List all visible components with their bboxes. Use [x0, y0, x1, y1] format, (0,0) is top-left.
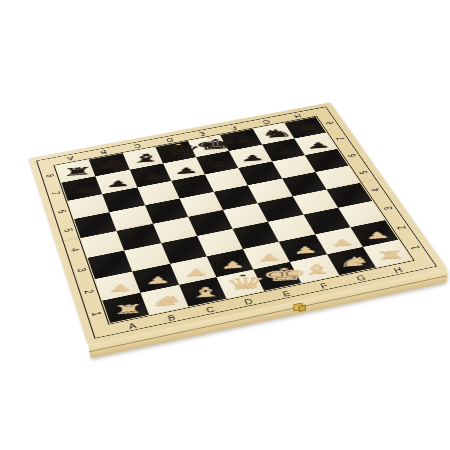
black-bishop-c8[interactable]: ♝	[128, 152, 162, 165]
black-pawn-g7[interactable]: ♟	[268, 146, 303, 156]
piece-glyph: ♟	[101, 178, 136, 189]
black-rook-a8[interactable]: ♜	[60, 165, 95, 178]
brass-clasp[interactable]	[294, 302, 305, 312]
piece-glyph: ♛	[161, 143, 195, 158]
piece-glyph: ♟	[66, 185, 101, 196]
wooden-board-box: AABBCCDDEEFFGGHH1122334455667788 ♜♞♝♛♚♝♞…	[29, 103, 448, 345]
black-queen-d8[interactable]: ♛	[161, 143, 195, 158]
board-3d-tilt: AABBCCDDEEFFGGHH1122334455667788 ♜♞♝♛♚♝♞…	[29, 103, 448, 345]
piece-glyph: ♟	[268, 146, 303, 156]
black-pawn-d7[interactable]: ♟	[169, 165, 204, 176]
black-pawn-h7[interactable]: ♟	[301, 140, 336, 150]
clasp-hook	[299, 304, 307, 312]
piece-glyph: ♝	[128, 152, 162, 165]
piece-glyph: ♟	[301, 140, 336, 150]
black-pawn-b7[interactable]: ♟	[101, 178, 136, 189]
pieces-layer: ♜♞♝♛♚♝♞♜♟♟♟♟♟♟♟♟♟♟♟♟♟♟♟♟♜♞♝♛♚♝♞♜	[29, 103, 331, 159]
black-pawn-c7[interactable]: ♟	[135, 172, 170, 183]
black-rook-h8[interactable]: ♜	[290, 122, 325, 134]
chess-set-photo: AABBCCDDEEFFGGHH1122334455667788 ♜♞♝♛♚♝♞…	[0, 0, 450, 450]
black-pawn-f7[interactable]: ♟	[235, 153, 270, 163]
piece-glyph: ♟	[202, 159, 237, 169]
piece-glyph: ♟	[169, 165, 204, 176]
piece-glyph: ♟	[235, 153, 270, 163]
black-pawn-a7[interactable]: ♟	[66, 185, 101, 196]
piece-glyph: ♞	[94, 158, 128, 172]
piece-glyph: ♟	[135, 172, 170, 183]
piece-glyph: ♞	[258, 127, 293, 140]
board-orientation-wrapper: AABBCCDDEEFFGGHH1122334455667788 ♜♞♝♛♚♝♞…	[42, 29, 405, 392]
black-knight-b8[interactable]: ♞	[94, 158, 128, 172]
piece-glyph: ♜	[60, 165, 95, 178]
black-knight-g8[interactable]: ♞	[258, 127, 293, 140]
piece-glyph: ♜	[290, 122, 325, 134]
black-pawn-e7[interactable]: ♟	[202, 159, 237, 169]
